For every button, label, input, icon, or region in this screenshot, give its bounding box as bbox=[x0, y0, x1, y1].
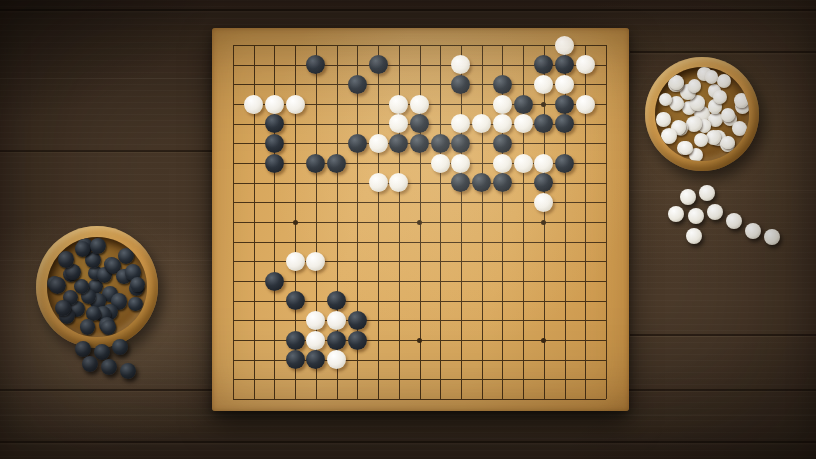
white-stone bbox=[514, 154, 533, 173]
white-stone-in-bowl bbox=[713, 90, 727, 104]
loose-white-stone bbox=[726, 213, 742, 229]
white-stone bbox=[327, 311, 346, 330]
black-stone bbox=[451, 173, 470, 192]
white-stone bbox=[431, 154, 450, 173]
plank-gap bbox=[0, 9, 816, 11]
black-stone bbox=[286, 331, 305, 350]
loose-black-stone bbox=[101, 359, 117, 375]
table-background bbox=[0, 0, 816, 459]
white-stone-in-bowl bbox=[732, 121, 747, 136]
white-stone bbox=[472, 114, 491, 133]
white-stone bbox=[265, 95, 284, 114]
loose-white-stone bbox=[699, 185, 715, 201]
white-stone-in-bowl bbox=[717, 74, 731, 88]
black-bowl-cavity bbox=[47, 237, 147, 337]
white-stone bbox=[493, 114, 512, 133]
grid-line-vertical bbox=[606, 45, 607, 399]
black-stone bbox=[534, 114, 553, 133]
black-stone bbox=[493, 75, 512, 94]
white-stone bbox=[555, 36, 574, 55]
black-stone-in-bowl bbox=[49, 277, 66, 294]
white-stone-in-bowl bbox=[721, 136, 735, 150]
grid-line-vertical bbox=[440, 45, 441, 399]
black-stone bbox=[265, 154, 284, 173]
star-point bbox=[417, 220, 422, 225]
black-stone bbox=[389, 134, 408, 153]
wood-grain bbox=[0, 78, 212, 79]
white-stone bbox=[493, 95, 512, 114]
plank-gap bbox=[0, 441, 816, 443]
loose-white-stone bbox=[668, 206, 684, 222]
white-stone bbox=[576, 95, 595, 114]
black-stone bbox=[348, 75, 367, 94]
white-stone bbox=[389, 114, 408, 133]
grid-line-horizontal bbox=[233, 379, 606, 380]
white-stone bbox=[306, 311, 325, 330]
black-stone bbox=[534, 173, 553, 192]
grid-line-horizontal bbox=[233, 320, 606, 321]
black-stone bbox=[410, 114, 429, 133]
black-stone bbox=[327, 291, 346, 310]
black-stone-bowl bbox=[36, 226, 158, 348]
black-stone bbox=[514, 95, 533, 114]
white-stone bbox=[369, 173, 388, 192]
white-stone bbox=[534, 154, 553, 173]
white-stone-bowl bbox=[645, 57, 759, 171]
plank-gap bbox=[630, 51, 816, 53]
loose-black-stone bbox=[112, 339, 128, 355]
black-stone bbox=[555, 114, 574, 133]
white-stone bbox=[410, 95, 429, 114]
black-stone bbox=[534, 55, 553, 74]
black-stone-in-bowl bbox=[90, 238, 106, 254]
black-stone bbox=[265, 114, 284, 133]
black-stone bbox=[493, 134, 512, 153]
black-stone-in-bowl bbox=[130, 277, 145, 292]
white-stone bbox=[244, 95, 263, 114]
loose-black-stone bbox=[94, 344, 110, 360]
black-stone-in-bowl bbox=[128, 297, 143, 312]
grid-line-vertical bbox=[482, 45, 483, 399]
white-stone bbox=[451, 154, 470, 173]
star-point bbox=[541, 102, 546, 107]
star-point bbox=[293, 220, 298, 225]
grid-line-horizontal bbox=[233, 399, 606, 400]
white-stone bbox=[286, 95, 305, 114]
white-stone bbox=[451, 114, 470, 133]
black-stone bbox=[348, 311, 367, 330]
grid-line-horizontal bbox=[233, 242, 606, 243]
black-stone bbox=[555, 55, 574, 74]
white-stone-in-bowl bbox=[694, 133, 709, 148]
black-stone bbox=[306, 154, 325, 173]
wood-grain bbox=[630, 190, 816, 191]
white-stone bbox=[369, 134, 388, 153]
white-stone bbox=[306, 331, 325, 350]
white-stone bbox=[451, 55, 470, 74]
white-stone bbox=[286, 252, 305, 271]
white-stone bbox=[534, 193, 553, 212]
loose-white-stone bbox=[686, 228, 702, 244]
white-stone bbox=[555, 75, 574, 94]
black-stone bbox=[431, 134, 450, 153]
black-stone bbox=[555, 95, 574, 114]
black-stone bbox=[451, 75, 470, 94]
black-stone-in-bowl bbox=[55, 300, 71, 316]
white-stone-in-bowl bbox=[734, 93, 749, 108]
white-stone bbox=[514, 114, 533, 133]
white-stone-in-bowl bbox=[656, 112, 670, 126]
black-stone bbox=[451, 134, 470, 153]
white-stone bbox=[389, 95, 408, 114]
plank-gap bbox=[0, 150, 212, 152]
loose-white-stone bbox=[745, 223, 761, 239]
grid-line-horizontal bbox=[233, 281, 606, 282]
black-stone bbox=[265, 134, 284, 153]
loose-black-stone bbox=[82, 356, 98, 372]
black-stone-in-bowl bbox=[80, 319, 96, 335]
white-stone bbox=[576, 55, 595, 74]
black-stone-in-bowl bbox=[75, 241, 91, 257]
wood-grain bbox=[0, 415, 816, 416]
black-stone bbox=[286, 291, 305, 310]
white-stone bbox=[389, 173, 408, 192]
black-stone bbox=[348, 134, 367, 153]
black-stone bbox=[493, 173, 512, 192]
white-stone bbox=[493, 154, 512, 173]
white-stone bbox=[327, 350, 346, 369]
black-stone bbox=[265, 272, 284, 291]
plank-gap bbox=[630, 334, 816, 336]
black-stone bbox=[555, 154, 574, 173]
loose-white-stone bbox=[688, 208, 704, 224]
white-stone-in-bowl bbox=[688, 79, 702, 93]
grid-line-vertical bbox=[461, 45, 462, 399]
white-stone-in-bowl bbox=[661, 128, 677, 144]
black-stone bbox=[369, 55, 388, 74]
loose-black-stone bbox=[75, 341, 91, 357]
black-stone bbox=[410, 134, 429, 153]
white-stone bbox=[306, 252, 325, 271]
black-stone bbox=[306, 350, 325, 369]
loose-white-stone bbox=[764, 229, 780, 245]
black-stone-in-bowl bbox=[118, 248, 134, 264]
white-bowl-cavity bbox=[655, 67, 749, 161]
black-stone bbox=[348, 331, 367, 350]
loose-white-stone bbox=[680, 189, 696, 205]
black-stone bbox=[286, 350, 305, 369]
loose-white-stone bbox=[707, 204, 723, 220]
black-stone-in-bowl bbox=[101, 320, 116, 335]
black-stone bbox=[327, 154, 346, 173]
black-stone bbox=[327, 331, 346, 350]
white-stone-in-bowl bbox=[721, 108, 735, 122]
black-stone bbox=[472, 173, 491, 192]
black-stone bbox=[306, 55, 325, 74]
go-board bbox=[212, 28, 629, 411]
star-point bbox=[541, 338, 546, 343]
star-point bbox=[541, 220, 546, 225]
white-stone bbox=[534, 75, 553, 94]
loose-black-stone bbox=[120, 363, 136, 379]
star-point bbox=[417, 338, 422, 343]
